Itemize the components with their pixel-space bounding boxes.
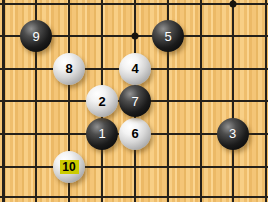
stone-number: 7	[131, 95, 138, 108]
stone-8: 8	[53, 53, 85, 85]
stone-number: 3	[229, 127, 236, 140]
hoshi-dot	[229, 1, 236, 8]
stone-number-last-move: 10	[60, 160, 79, 174]
hoshi-dot	[132, 33, 139, 40]
stone-number: 1	[98, 127, 105, 140]
stone-1: 1	[86, 118, 118, 150]
go-diagram: 12345678910	[0, 0, 268, 202]
go-board[interactable]: 12345678910	[0, 0, 268, 202]
stone-9: 9	[20, 20, 52, 52]
grid-line-horizontal	[0, 196, 268, 198]
stone-7: 7	[119, 85, 151, 117]
grid-line-horizontal	[0, 3, 268, 5]
stone-number: 5	[164, 30, 171, 43]
stone-3: 3	[217, 118, 249, 150]
stone-number: 4	[131, 62, 138, 75]
stone-10: 10	[53, 151, 85, 183]
stone-6: 6	[119, 118, 151, 150]
stone-5: 5	[152, 20, 184, 52]
stone-number: 2	[98, 95, 105, 108]
stone-number: 6	[131, 127, 138, 140]
stone-2: 2	[86, 85, 118, 117]
grid-line-horizontal	[0, 166, 268, 168]
stone-number: 9	[32, 30, 39, 43]
stone-4: 4	[119, 53, 151, 85]
stone-number: 8	[65, 62, 72, 75]
